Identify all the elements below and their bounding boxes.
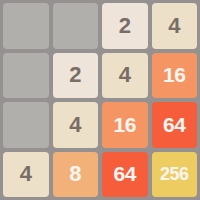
tile-16: 16: [102, 102, 148, 148]
tile-256: 256: [152, 152, 198, 198]
tile-2: 2: [102, 3, 148, 49]
empty-cell: [53, 3, 99, 49]
tile-4: 4: [53, 102, 99, 148]
tile-2: 2: [53, 53, 99, 99]
tile-4: 4: [152, 3, 198, 49]
empty-cell: [3, 3, 49, 49]
tile-4: 4: [102, 53, 148, 99]
empty-cell: [3, 53, 49, 99]
tile-64: 64: [152, 102, 198, 148]
tile-4: 4: [3, 152, 49, 198]
empty-cell: [3, 102, 49, 148]
2048-board[interactable]: 242416416644864256: [0, 0, 200, 200]
tile-16: 16: [152, 53, 198, 99]
tile-64: 64: [102, 152, 148, 198]
tile-8: 8: [53, 152, 99, 198]
